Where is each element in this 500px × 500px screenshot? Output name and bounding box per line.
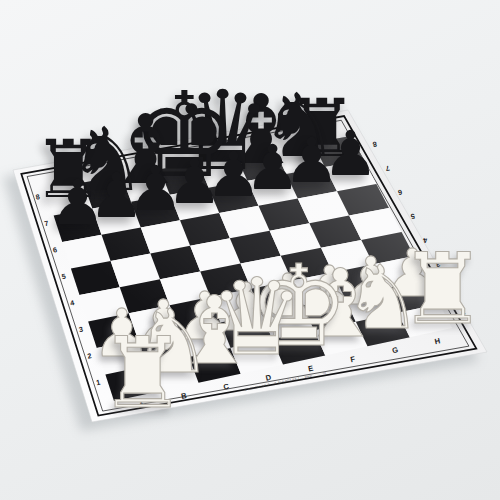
- chess-set-photo: 8765432187654321ABCDEFGH······ ········ …: [0, 0, 500, 500]
- piece-black-rook-h8: ♜: [286, 89, 358, 169]
- piece-white-rook-a1: ♜: [99, 324, 187, 422]
- piece-white-pawn-d2: ♟: [217, 275, 276, 341]
- piece-black-pawn-a7: ♟: [50, 173, 106, 235]
- piece-black-queen-e8: ♛: [173, 76, 272, 186]
- piece-white-knight-g1: ♞: [343, 253, 422, 341]
- piece-white-bishop-f1: ♝: [299, 257, 383, 351]
- piece-white-pawn-g2: ♟: [341, 249, 400, 315]
- piece-black-pawn-h7: ♟: [323, 123, 379, 185]
- piece-white-pawn-h2: ♟: [383, 240, 442, 306]
- piece-black-pawn-c7: ♟: [128, 158, 184, 220]
- pieces-layer: ♜♞♝♛♟♚♟♝♟♞♟♜♟♟♟♟♟♟♟♟♜♞♟♝♟♚♟♛♟♝♞♜: [0, 0, 500, 500]
- piece-black-rook-a8: ♜: [33, 130, 105, 210]
- piece-black-knight-g8: ♞: [260, 82, 339, 170]
- piece-white-pawn-c2: ♟: [175, 283, 234, 349]
- piece-black-bishop-f8: ♝: [218, 82, 304, 178]
- piece-black-pawn-d7: ♟: [167, 151, 223, 213]
- piece-white-bishop-c1: ♝: [173, 284, 257, 378]
- piece-black-king-d8: ♚: [131, 76, 237, 194]
- piece-black-pawn-g7: ♟: [284, 130, 340, 192]
- piece-black-knight-b8: ♞: [68, 116, 147, 204]
- piece-white-knight-b1: ♞: [133, 298, 212, 386]
- piece-white-rook-h1: ♜: [399, 239, 487, 337]
- piece-white-queen-d1: ♛: [209, 264, 304, 370]
- piece-black-pawn-f7: ♟: [245, 137, 301, 199]
- piece-black-pawn-e7: ♟: [206, 144, 262, 206]
- piece-white-pawn-a2: ♟: [92, 301, 151, 367]
- piece-black-bishop-c8: ♝: [103, 102, 189, 198]
- piece-white-pawn-f2: ♟: [300, 257, 359, 323]
- piece-white-pawn-b2: ♟: [134, 292, 193, 358]
- piece-black-pawn-b7: ♟: [89, 165, 145, 227]
- piece-white-king-e1: ♚: [248, 250, 348, 362]
- piece-white-pawn-e2: ♟: [258, 266, 317, 332]
